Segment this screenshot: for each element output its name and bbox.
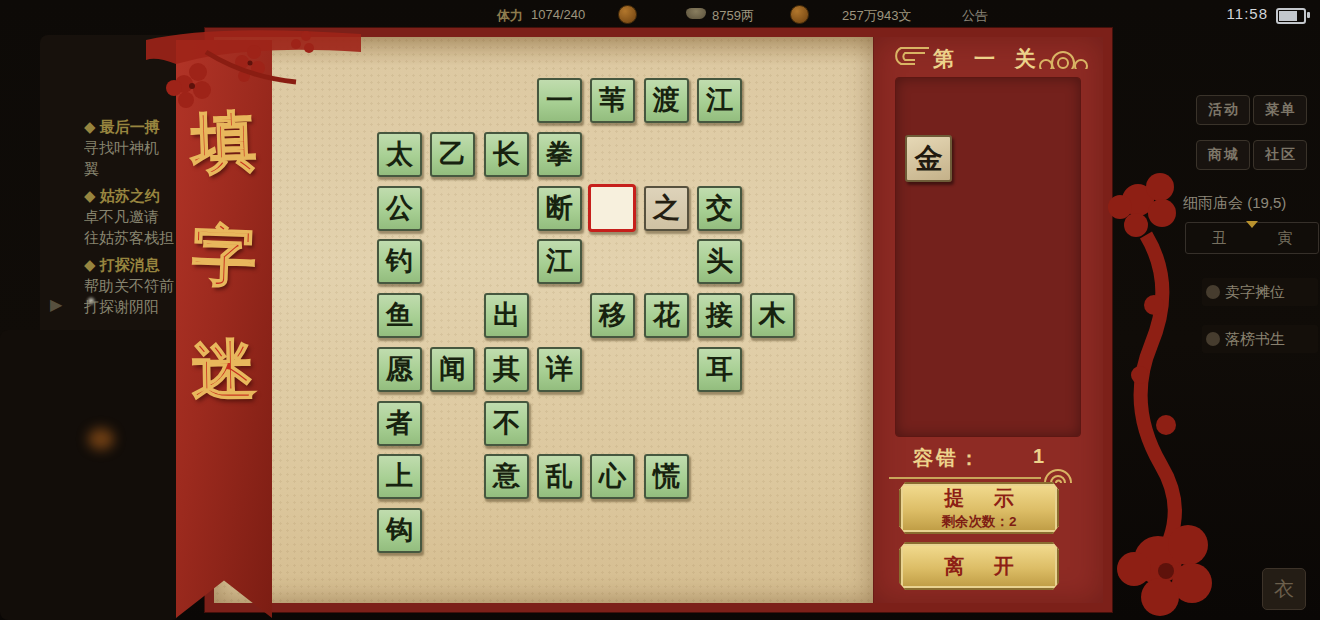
grid-tile-其[interactable]: 其 [484, 347, 529, 392]
medal-icon[interactable] [790, 5, 809, 24]
game-screen: 体力 1074/240 8759两 257万943文 公告 11:58 ◆ 最后… [0, 0, 1320, 620]
swirl-ornament [1041, 455, 1075, 485]
grid-tile-详[interactable]: 详 [537, 347, 582, 392]
time-marker-chou: 丑 [1212, 229, 1227, 248]
grid-tile-乱[interactable]: 乱 [537, 454, 582, 499]
gold-divider [889, 477, 1041, 479]
campfire-glow [88, 428, 114, 450]
cloud-ornament-left [885, 43, 943, 69]
grid-tile-之[interactable]: 之 [644, 186, 689, 231]
battery-icon [1276, 8, 1306, 24]
grid-tile-接[interactable]: 接 [697, 293, 742, 338]
hud-button-社区[interactable]: 社区 [1253, 140, 1307, 170]
grid-tile-不[interactable]: 不 [484, 401, 529, 446]
grid-tile-闻[interactable]: 闻 [430, 347, 475, 392]
grid-tile-木[interactable]: 木 [750, 293, 795, 338]
notice-button[interactable]: 公告 [962, 7, 988, 25]
location-label: 细雨庙会 (19,5) [1183, 194, 1320, 213]
grid-tile-花[interactable]: 花 [644, 293, 689, 338]
banner-title-char: 填 [174, 84, 274, 201]
grid-tile-钩[interactable]: 钩 [377, 508, 422, 553]
npc-icon [1206, 285, 1220, 299]
puzzle-modal: 一苇渡江太乙长拳公断之交钓江头鱼出移花接木愿闻其详耳者不上意乱心慌钩 第 一 关… [205, 28, 1112, 612]
grid-tile-耳[interactable]: 耳 [697, 347, 742, 392]
grid-tile-鱼[interactable]: 鱼 [377, 293, 422, 338]
grid-tile-拳[interactable]: 拳 [537, 132, 582, 177]
tray-tile-jin[interactable]: 金 [905, 135, 952, 182]
top-status-bar: 体力 1074/240 8759两 257万943文 公告 11:58 [0, 0, 1320, 30]
grid-tile-乙[interactable]: 乙 [430, 132, 475, 177]
leave-button[interactable]: 离 开 [899, 542, 1059, 590]
crossword-board: 一苇渡江太乙长拳公断之交钓江头鱼出移花接木愿闻其详耳者不上意乱心慌钩 [214, 37, 873, 603]
npc-item-落榜书生[interactable]: 落榜书生 [1202, 325, 1318, 353]
npc-icon [1206, 332, 1220, 346]
time-marker-yin: 寅 [1278, 229, 1293, 248]
grid-tile-出[interactable]: 出 [484, 293, 529, 338]
grid-tile-愿[interactable]: 愿 [377, 347, 422, 392]
silver-ingot-icon[interactable] [686, 8, 706, 19]
grid-tile-江[interactable]: 江 [697, 78, 742, 123]
copper-value: 257万943文 [842, 7, 911, 25]
grid-tile-者[interactable]: 者 [377, 401, 422, 446]
selected-empty-cell[interactable] [588, 184, 636, 232]
grid-tile-心[interactable]: 心 [590, 454, 635, 499]
letter-tray: 金 [895, 77, 1081, 437]
grid-tile-慌[interactable]: 慌 [644, 454, 689, 499]
hud-button-商城[interactable]: 商城 [1196, 140, 1250, 170]
hint-remaining-count: 剩余次数：2 [941, 513, 1016, 531]
hud-button-活动[interactable]: 活动 [1196, 95, 1250, 125]
grid-tile-太[interactable]: 太 [377, 132, 422, 177]
grid-tile-苇[interactable]: 苇 [590, 78, 635, 123]
grid-tile-头[interactable]: 头 [697, 239, 742, 284]
crossword-grid: 一苇渡江太乙长拳公断之交钓江头鱼出移花接木愿闻其详耳者不上意乱心慌钩 [214, 37, 873, 603]
grid-tile-长[interactable]: 长 [484, 132, 529, 177]
quest-collapse-arrow[interactable]: ▶ [50, 295, 62, 314]
outfit-button[interactable]: 衣 [1262, 568, 1306, 610]
npc-label: 落榜书生 [1225, 330, 1285, 349]
banner-title-char: 迷 [175, 313, 273, 429]
grid-tile-移[interactable]: 移 [590, 293, 635, 338]
stamina-coin-icon[interactable] [618, 5, 637, 24]
leave-button-label: 离 开 [932, 553, 1026, 580]
npc-item-卖字摊位[interactable]: 卖字摊位 [1202, 278, 1318, 306]
hud-button-菜单[interactable]: 菜单 [1253, 95, 1307, 125]
grid-tile-一[interactable]: 一 [537, 78, 582, 123]
cloud-ornament-right [1033, 43, 1095, 69]
stamina-label: 体力 [497, 7, 523, 25]
grid-tile-钓[interactable]: 钓 [377, 239, 422, 284]
npc-label: 卖字摊位 [1225, 283, 1285, 302]
time-of-day-bar: 丑 寅 [1185, 222, 1319, 254]
system-clock: 11:58 [1227, 5, 1268, 22]
grid-tile-公[interactable]: 公 [377, 186, 422, 231]
title-banner: 填字迷 [176, 40, 272, 618]
right-control-panel: 第 一 关 金 容错： 1 [873, 37, 1103, 603]
background-building [0, 330, 180, 620]
grid-tile-断[interactable]: 断 [537, 186, 582, 231]
banner-title-char: 字 [174, 198, 274, 315]
grid-tile-上[interactable]: 上 [377, 454, 422, 499]
grid-tile-意[interactable]: 意 [484, 454, 529, 499]
tolerance-label: 容错： [913, 445, 982, 472]
stamina-value: 1074/240 [531, 7, 585, 22]
time-marker-triangle [1246, 221, 1258, 228]
hint-button[interactable]: 提 示 剩余次数：2 [899, 482, 1059, 534]
hint-button-label: 提 示 [932, 485, 1026, 512]
grid-tile-交[interactable]: 交 [697, 186, 742, 231]
grid-tile-江[interactable]: 江 [537, 239, 582, 284]
silver-value: 8759两 [712, 7, 754, 25]
grid-tile-渡[interactable]: 渡 [644, 78, 689, 123]
